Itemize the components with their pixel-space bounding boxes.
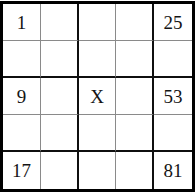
cell-r1c1-1: 1 — [3, 4, 41, 41]
cell-r1c5-25: 25 — [154, 4, 192, 41]
cell-r4c4-empty — [116, 115, 154, 152]
cell-r3c1-9: 9 — [3, 78, 41, 115]
cell-r2c2-empty — [41, 41, 79, 78]
cell-r2c1-empty — [3, 41, 41, 78]
cell-r5c5-81: 81 — [154, 152, 192, 189]
cell-r2c4-empty — [116, 41, 154, 78]
cell-r2c5-empty — [154, 41, 192, 78]
cell-r1c3-empty — [79, 4, 117, 41]
cell-r4c2-empty — [41, 115, 79, 152]
cell-r5c1-17: 17 — [3, 152, 41, 189]
cell-r3c5-53: 53 — [154, 78, 192, 115]
cell-r3c3-X: X — [79, 78, 117, 115]
cell-r3c2-empty — [41, 78, 79, 115]
cell-r3c4-empty — [116, 78, 154, 115]
puzzle-board: 1259X531781 — [0, 1, 195, 192]
cell-r5c4-empty — [116, 152, 154, 189]
cell-r4c5-empty — [154, 115, 192, 152]
cell-r2c3-empty — [79, 41, 117, 78]
cell-r5c2-empty — [41, 152, 79, 189]
cell-r1c4-empty — [116, 4, 154, 41]
cell-r4c3-empty — [79, 115, 117, 152]
puzzle-diagram: 1259X531781 — [0, 0, 195, 193]
cell-r1c2-empty — [41, 4, 79, 41]
cell-r4c1-empty — [3, 115, 41, 152]
cell-r5c3-empty — [79, 152, 117, 189]
